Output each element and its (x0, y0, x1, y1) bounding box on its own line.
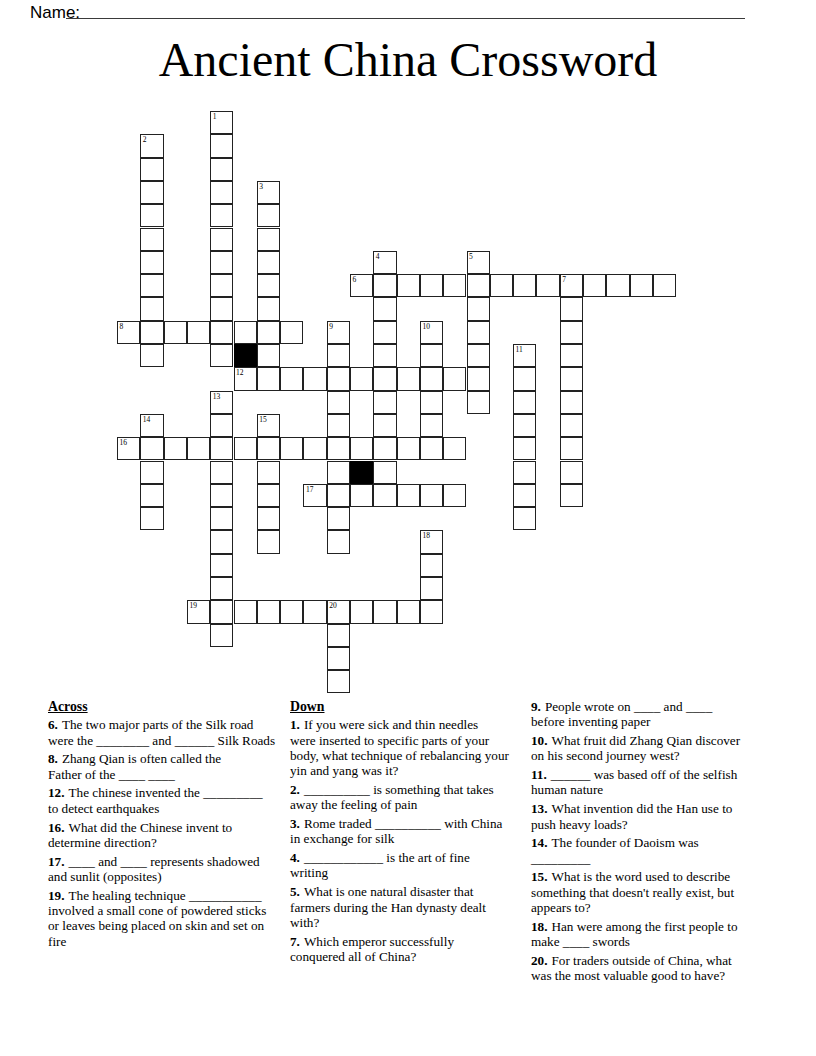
clue-text: What fruit did Zhang Qian discover on hi… (531, 733, 740, 763)
clue-text: Rome traded __________ with China in exc… (290, 816, 502, 846)
grid-cell[interactable] (606, 274, 629, 297)
grid-cell[interactable] (560, 344, 583, 367)
grid-cell[interactable] (210, 577, 233, 600)
grid-cell[interactable] (210, 600, 233, 623)
grid-cell[interactable] (467, 367, 490, 390)
grid-cell[interactable] (327, 344, 350, 367)
clue-number-label: 8. (48, 751, 58, 766)
grid-cell[interactable] (420, 344, 443, 367)
grid-cell[interactable] (257, 274, 280, 297)
grid-cell[interactable] (560, 461, 583, 484)
clue-text: ____________ is the art of fine writing (290, 850, 470, 880)
grid-cell[interactable] (397, 437, 420, 460)
grid-cell[interactable] (210, 461, 233, 484)
grid-cell[interactable] (513, 414, 536, 437)
clue-12: 12.The chinese invented the _________ to… (48, 785, 298, 816)
grid-cell[interactable] (257, 251, 280, 274)
clue-number: 17 (306, 485, 314, 494)
grid-cell[interactable] (280, 321, 303, 344)
grid-cell[interactable]: 1 (210, 111, 233, 134)
grid-cell[interactable] (490, 274, 513, 297)
clue-5: 5.What is one natural disaster that farm… (290, 884, 540, 930)
down-clue-list-2: 9.People wrote on ____ and ____ before i… (531, 699, 787, 984)
clue-text: For traders outside of China, what was t… (531, 953, 732, 983)
crossword-grid: 1234567891011121314151617181920 (117, 111, 677, 694)
clue-number: 13 (213, 392, 221, 401)
grid-cell[interactable]: 7 (560, 274, 583, 297)
clue-number-label: 5. (290, 884, 300, 899)
grid-cell[interactable] (350, 437, 373, 460)
clue-number: 14 (143, 415, 151, 424)
clue-number-label: 1. (290, 717, 300, 732)
grid-cell[interactable] (397, 600, 420, 623)
grid-cell[interactable] (373, 391, 396, 414)
page-title: Ancient China Crossword (0, 34, 816, 87)
grid-cell[interactable] (327, 670, 350, 693)
grid-cell[interactable] (420, 414, 443, 437)
grid-cell[interactable] (467, 344, 490, 367)
clue-number-label: 4. (290, 850, 300, 865)
grid-cell[interactable] (327, 367, 350, 390)
grid-cell[interactable] (420, 600, 443, 623)
grid-cell[interactable] (257, 507, 280, 530)
clue-text: The chinese invented the _________ to de… (48, 785, 263, 815)
clue-text: The healing technique ___________ involv… (48, 888, 266, 949)
grid-cell[interactable] (420, 484, 443, 507)
grid-cell[interactable] (420, 554, 443, 577)
grid-cell[interactable] (513, 507, 536, 530)
grid-cell[interactable] (397, 484, 420, 507)
grid-cell[interactable] (303, 437, 326, 460)
grid-cell[interactable] (140, 484, 163, 507)
down-clues-column-1: Down 1.If you were sick and thin needles… (290, 699, 540, 968)
clue-text: What invention did the Han use to push h… (531, 801, 732, 831)
grid-cell[interactable] (327, 530, 350, 553)
grid-cell[interactable] (513, 484, 536, 507)
grid-cell[interactable] (257, 461, 280, 484)
across-clues-column: Across 6.The two major parts of the Silk… (48, 699, 298, 952)
grid-cell[interactable] (397, 274, 420, 297)
grid-cell[interactable] (210, 530, 233, 553)
clue-number-label: 19. (48, 888, 64, 903)
clue-1: 1.If you were sick and thin needles were… (290, 717, 540, 778)
grid-cell[interactable] (373, 297, 396, 320)
down-header: Down (290, 699, 540, 714)
clue-8: 8.Zhang Qian is often called the Father … (48, 751, 298, 782)
clue-number-label: 17. (48, 854, 64, 869)
across-header: Across (48, 699, 298, 714)
clue-number: 8 (120, 322, 124, 331)
grid-cell[interactable] (210, 158, 233, 181)
grid-cell[interactable] (303, 367, 326, 390)
clue-number: 2 (143, 135, 147, 144)
grid-cell[interactable] (187, 321, 210, 344)
grid-cell[interactable] (257, 437, 280, 460)
clue-number-label: 7. (290, 934, 300, 949)
grid-cell[interactable]: 16 (117, 437, 140, 460)
grid-cell[interactable] (420, 577, 443, 600)
clue-16: 16.What did the Chinese invent to determ… (48, 820, 298, 851)
grid-cell[interactable]: 12 (234, 367, 257, 390)
grid-cell[interactable] (443, 484, 466, 507)
black-cell (234, 344, 257, 367)
grid-cell[interactable] (210, 507, 233, 530)
grid-cell[interactable] (210, 624, 233, 647)
clue-number: 12 (236, 368, 244, 377)
grid-cell[interactable] (140, 181, 163, 204)
grid-cell[interactable] (373, 274, 396, 297)
grid-cell[interactable] (327, 437, 350, 460)
clue-number-label: 9. (531, 699, 541, 714)
grid-cell[interactable] (210, 134, 233, 157)
clue-20: 20.For traders outside of China, what wa… (531, 953, 787, 984)
clue-17: 17.____ and ____ represents shadowed and… (48, 854, 298, 885)
grid-cell[interactable] (210, 484, 233, 507)
grid-cell[interactable]: 11 (513, 344, 536, 367)
clue-number: 20 (329, 601, 337, 610)
grid-cell[interactable] (327, 461, 350, 484)
grid-cell[interactable] (443, 274, 466, 297)
grid-cell[interactable] (513, 437, 536, 460)
clue-number-label: 3. (290, 816, 300, 831)
grid-cell[interactable] (373, 437, 396, 460)
grid-cell[interactable]: 15 (257, 414, 280, 437)
down-clues-column-2: 9.People wrote on ____ and ____ before i… (531, 699, 787, 987)
grid-cell[interactable] (140, 274, 163, 297)
clue-2: 2.__________ is something that takes awa… (290, 782, 540, 813)
clue-15: 15.What is the word used to describe som… (531, 869, 787, 915)
grid-cell[interactable]: 4 (373, 251, 396, 274)
grid-cell[interactable] (257, 297, 280, 320)
clue-number-label: 11. (531, 767, 547, 782)
grid-cell[interactable] (210, 274, 233, 297)
grid-cell[interactable] (420, 437, 443, 460)
grid-cell[interactable] (467, 297, 490, 320)
grid-cell[interactable] (443, 367, 466, 390)
clue-number: 4 (376, 252, 380, 261)
grid-cell[interactable] (373, 367, 396, 390)
clue-number: 7 (562, 275, 566, 284)
grid-cell[interactable] (257, 600, 280, 623)
grid-cell[interactable] (467, 321, 490, 344)
black-cell (350, 461, 373, 484)
grid-cell[interactable] (257, 367, 280, 390)
grid-cell[interactable] (210, 344, 233, 367)
clue-number-label: 14. (531, 835, 547, 850)
grid-cell[interactable] (140, 321, 163, 344)
grid-cell[interactable] (467, 274, 490, 297)
clue-number-label: 20. (531, 953, 547, 968)
grid-cell[interactable] (560, 367, 583, 390)
grid-cell[interactable] (164, 321, 187, 344)
grid-cell[interactable] (234, 600, 257, 623)
grid-cell[interactable] (187, 437, 210, 460)
grid-cell[interactable] (327, 414, 350, 437)
grid-cell[interactable] (234, 321, 257, 344)
grid-cell[interactable] (513, 367, 536, 390)
grid-cell[interactable]: 6 (350, 274, 373, 297)
grid-cell[interactable] (280, 600, 303, 623)
clue-6: 6.The two major parts of the Silk road w… (48, 717, 298, 748)
grid-cell[interactable]: 18 (420, 530, 443, 553)
clue-number: 10 (422, 322, 430, 331)
clue-10: 10.What fruit did Zhang Qian discover on… (531, 733, 787, 764)
grid-cell[interactable] (140, 344, 163, 367)
clue-13: 13.What invention did the Han use to pus… (531, 801, 787, 832)
grid-cell[interactable] (210, 251, 233, 274)
grid-cell[interactable] (373, 484, 396, 507)
clue-18: 18.Han were among the first people to ma… (531, 919, 787, 950)
grid-cell[interactable] (327, 624, 350, 647)
grid-cell[interactable] (373, 321, 396, 344)
clue-number: 9 (329, 322, 333, 331)
grid-cell[interactable]: 14 (140, 414, 163, 437)
clue-number-label: 2. (290, 782, 300, 797)
grid-cell[interactable] (513, 391, 536, 414)
grid-cell[interactable] (536, 274, 559, 297)
clue-number-label: 13. (531, 801, 547, 816)
grid-cell[interactable] (210, 297, 233, 320)
grid-cell[interactable]: 3 (257, 181, 280, 204)
grid-cell[interactable] (583, 274, 606, 297)
grid-cell[interactable] (560, 391, 583, 414)
grid-cell[interactable]: 8 (117, 321, 140, 344)
clue-text: Zhang Qian is often called the Father of… (48, 751, 221, 781)
clue-19: 19.The healing technique ___________ inv… (48, 888, 298, 949)
grid-cell[interactable] (373, 344, 396, 367)
clue-number-label: 10. (531, 733, 547, 748)
clue-number-label: 12. (48, 785, 64, 800)
grid-cell[interactable] (327, 647, 350, 670)
grid-cell[interactable] (560, 484, 583, 507)
grid-cell[interactable] (420, 367, 443, 390)
clue-number: 1 (213, 112, 217, 121)
grid-cell[interactable] (210, 437, 233, 460)
grid-cell[interactable] (560, 297, 583, 320)
grid-cell[interactable] (257, 530, 280, 553)
clue-14: 14.The founder of Daoism was _________ (531, 835, 787, 866)
grid-cell[interactable] (257, 228, 280, 251)
grid-cell[interactable] (350, 600, 373, 623)
clue-7: 7.Which emperor successfully conquered a… (290, 934, 540, 965)
grid-cell[interactable] (560, 437, 583, 460)
grid-cell[interactable] (140, 297, 163, 320)
grid-cell[interactable]: 9 (327, 321, 350, 344)
grid-cell[interactable] (327, 484, 350, 507)
clue-text: ____ and ____ represents shadowed and su… (48, 854, 260, 884)
grid-cell[interactable] (140, 461, 163, 484)
clue-4: 4.____________ is the art of fine writin… (290, 850, 540, 881)
grid-cell[interactable] (560, 321, 583, 344)
grid-cell[interactable] (210, 228, 233, 251)
grid-cell[interactable] (280, 367, 303, 390)
grid-cell[interactable] (280, 437, 303, 460)
grid-cell[interactable] (350, 367, 373, 390)
grid-cell[interactable] (257, 344, 280, 367)
grid-cell[interactable] (420, 391, 443, 414)
grid-cell[interactable] (210, 181, 233, 204)
grid-cell[interactable] (234, 437, 257, 460)
grid-cell[interactable] (210, 204, 233, 227)
clue-text: The two major parts of the Silk road wer… (48, 717, 275, 747)
grid-cell[interactable] (257, 204, 280, 227)
clue-text: __________ is something that takes away … (290, 782, 494, 812)
clue-text: Which emperor successfully conquered all… (290, 934, 454, 964)
grid-cell[interactable] (513, 461, 536, 484)
grid-cell[interactable] (443, 437, 466, 460)
grid-cell[interactable] (140, 507, 163, 530)
grid-cell[interactable] (373, 600, 396, 623)
clue-number-label: 6. (48, 717, 58, 732)
clue-text: People wrote on ____ and ____ before inv… (531, 699, 712, 729)
clue-9: 9.People wrote on ____ and ____ before i… (531, 699, 787, 730)
grid-cell[interactable] (327, 391, 350, 414)
clue-text: Han were among the first people to make … (531, 919, 738, 949)
grid-cell[interactable] (560, 414, 583, 437)
down-clue-list-1: 1.If you were sick and thin needles were… (290, 717, 540, 964)
grid-cell[interactable] (467, 391, 490, 414)
across-clue-list: 6.The two major parts of the Silk road w… (48, 717, 298, 949)
clue-number: 18 (422, 531, 430, 540)
name-input-line[interactable] (66, 2, 745, 19)
grid-cell[interactable]: 5 (467, 251, 490, 274)
clue-11: 11.______ was based off of the selfish h… (531, 767, 787, 798)
grid-cell[interactable] (653, 274, 676, 297)
grid-cell[interactable] (420, 274, 443, 297)
grid-cell[interactable] (140, 437, 163, 460)
grid-cell[interactable] (373, 414, 396, 437)
grid-cell[interactable] (140, 228, 163, 251)
clue-number: 11 (516, 345, 523, 354)
clue-text: What is one natural disaster that farmer… (290, 884, 486, 930)
clue-number: 15 (259, 415, 267, 424)
grid-cell[interactable]: 10 (420, 321, 443, 344)
clue-number: 3 (259, 182, 263, 191)
grid-cell[interactable]: 13 (210, 391, 233, 414)
grid-cell[interactable] (513, 274, 536, 297)
grid-cell[interactable]: 20 (327, 600, 350, 623)
grid-cell[interactable] (210, 321, 233, 344)
grid-cell[interactable] (210, 554, 233, 577)
grid-cell[interactable] (397, 367, 420, 390)
clue-number: 5 (469, 252, 473, 261)
clue-number: 19 (189, 601, 197, 610)
grid-cell[interactable] (257, 321, 280, 344)
grid-cell[interactable]: 19 (187, 600, 210, 623)
grid-cell[interactable] (373, 461, 396, 484)
clue-number-label: 18. (531, 919, 547, 934)
grid-cell[interactable] (630, 274, 653, 297)
clue-text: What is the word used to describe someth… (531, 869, 734, 915)
grid-cell[interactable] (303, 600, 326, 623)
grid-cell[interactable] (327, 507, 350, 530)
clue-text: ______ was based off of the selfish huma… (531, 767, 737, 797)
clue-number: 6 (353, 275, 357, 284)
grid-cell[interactable] (140, 251, 163, 274)
grid-cell[interactable] (140, 204, 163, 227)
grid-cell[interactable]: 2 (140, 134, 163, 157)
grid-cell[interactable] (140, 158, 163, 181)
clue-number: 16 (120, 438, 128, 447)
clue-number-label: 15. (531, 869, 547, 884)
clue-number-label: 16. (48, 820, 64, 835)
grid-cell[interactable]: 17 (303, 484, 326, 507)
grid-cell[interactable] (350, 484, 373, 507)
grid-cell[interactable] (257, 484, 280, 507)
clue-text: What did the Chinese invent to determine… (48, 820, 232, 850)
clue-text: The founder of Daoism was _________ (531, 835, 699, 865)
clue-3: 3.Rome traded __________ with China in e… (290, 816, 540, 847)
grid-cell[interactable] (210, 414, 233, 437)
grid-cell[interactable] (164, 437, 187, 460)
clue-text: If you were sick and thin needles were i… (290, 717, 509, 778)
